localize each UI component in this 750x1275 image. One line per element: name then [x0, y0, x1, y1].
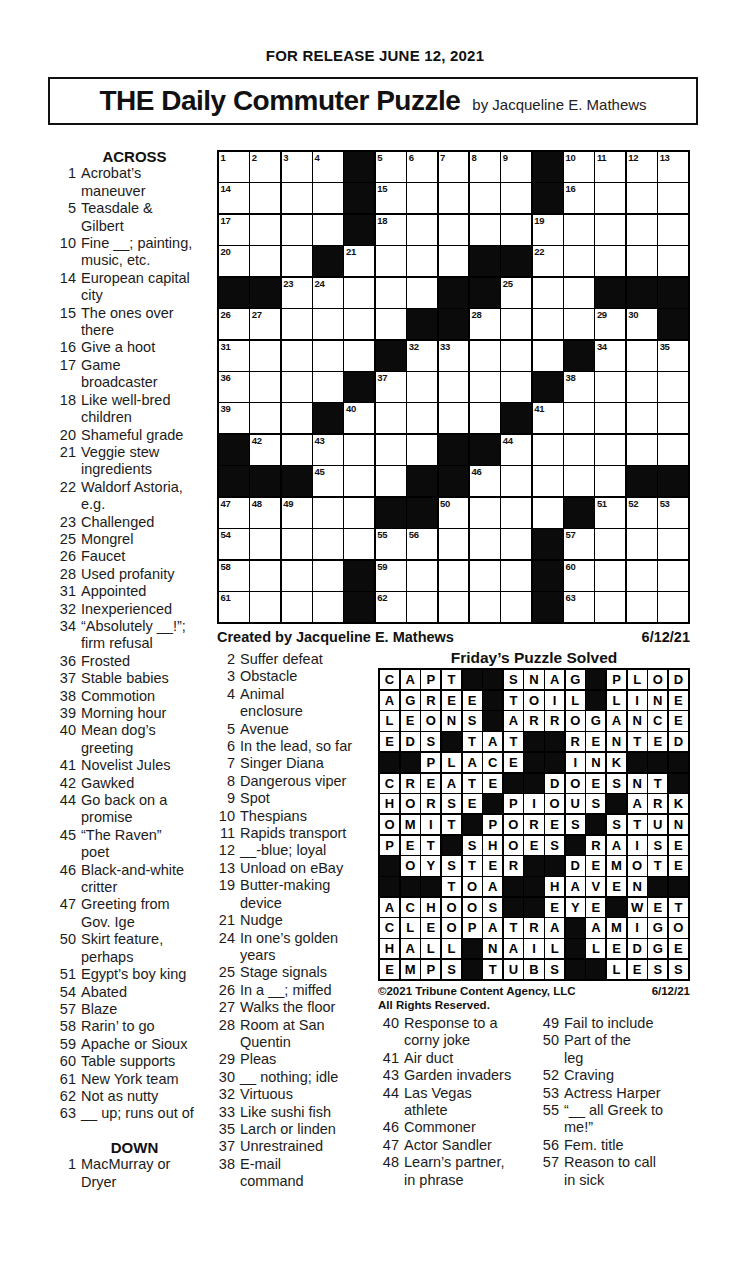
- puzzle-cell[interactable]: [501, 309, 531, 339]
- clue-number: 53: [660, 498, 670, 509]
- puzzle-cell[interactable]: [470, 215, 500, 245]
- solution-letter: R: [648, 794, 667, 813]
- clue-number: 19: [534, 215, 544, 226]
- puzzle-cell[interactable]: [313, 498, 343, 528]
- clue-item: 10Fine __; painting, music, etc.: [55, 235, 214, 270]
- solution-letter: A: [504, 711, 523, 730]
- puzzle-cell[interactable]: [250, 561, 280, 591]
- puzzle-cell[interactable]: 17: [219, 215, 249, 245]
- puzzle-cell[interactable]: [627, 246, 657, 276]
- puzzle-cell[interactable]: [282, 309, 312, 339]
- puzzle-cell[interactable]: [282, 341, 312, 371]
- puzzle-cell[interactable]: [564, 403, 594, 433]
- black-square: [524, 753, 543, 772]
- clue-text: Morning hour: [76, 705, 214, 722]
- puzzle-cell[interactable]: [595, 403, 625, 433]
- puzzle-cell[interactable]: [564, 466, 594, 496]
- puzzle-cell[interactable]: 38: [564, 372, 594, 402]
- puzzle-cell[interactable]: [439, 246, 469, 276]
- puzzle-cell[interactable]: [658, 215, 688, 245]
- puzzle-cell[interactable]: 28: [470, 309, 500, 339]
- puzzle-cell[interactable]: [627, 183, 657, 213]
- puzzle-cell[interactable]: [627, 529, 657, 559]
- clue-item: 31Appointed: [55, 583, 214, 600]
- solution-cell: G: [586, 711, 605, 730]
- puzzle-cell[interactable]: 29: [595, 309, 625, 339]
- puzzle-cell[interactable]: [595, 529, 625, 559]
- puzzle-cell[interactable]: 25: [501, 278, 531, 308]
- clue-item: 42Gawked: [55, 775, 214, 792]
- puzzle-cell[interactable]: [376, 246, 406, 276]
- puzzle-cell[interactable]: [344, 529, 374, 559]
- puzzle-cell[interactable]: 39: [219, 403, 249, 433]
- puzzle-cell[interactable]: 63: [564, 592, 594, 622]
- clue-text: Blaze: [76, 1001, 214, 1018]
- puzzle-cell[interactable]: 60: [564, 561, 594, 591]
- puzzle-cell[interactable]: [439, 561, 469, 591]
- clue-text: __-blue; loyal: [235, 842, 376, 859]
- puzzle-cell[interactable]: [595, 435, 625, 465]
- puzzle-cell[interactable]: 35: [658, 341, 688, 371]
- clue-number: 58: [55, 1018, 76, 1035]
- puzzle-cell[interactable]: [313, 561, 343, 591]
- solution-letter: E: [586, 732, 605, 751]
- puzzle-cell[interactable]: [407, 592, 437, 622]
- clue-item: 38E-mail command: [214, 1156, 376, 1191]
- clue-text: Walks the floor: [235, 999, 376, 1016]
- solution-cell: L: [545, 939, 564, 958]
- puzzle-cell[interactable]: 58: [219, 561, 249, 591]
- solution-letter: E: [648, 898, 667, 917]
- puzzle-cell[interactable]: [282, 592, 312, 622]
- clue-text: Mongrel: [76, 531, 214, 548]
- puzzle-cell[interactable]: [313, 341, 343, 371]
- puzzle-cell[interactable]: 33: [439, 341, 469, 371]
- puzzle-cell[interactable]: [658, 592, 688, 622]
- puzzle-cell[interactable]: 40: [344, 403, 374, 433]
- puzzle-cell[interactable]: [344, 498, 374, 528]
- puzzle-cell[interactable]: 3: [282, 152, 312, 182]
- solution-cell: N: [628, 774, 647, 793]
- puzzle-cell[interactable]: 14: [219, 183, 249, 213]
- puzzle-cell[interactable]: 54: [219, 529, 249, 559]
- puzzle-cell[interactable]: 56: [407, 529, 437, 559]
- solution-letter: A: [401, 670, 420, 689]
- puzzle-cell[interactable]: [533, 309, 563, 339]
- puzzle-cell[interactable]: [501, 341, 531, 371]
- solution-letter: D: [628, 939, 647, 958]
- solution-letter: Y: [566, 898, 585, 917]
- puzzle-cell[interactable]: 21: [344, 246, 374, 276]
- puzzle-cell[interactable]: 51: [595, 498, 625, 528]
- solution-letter: T: [504, 732, 523, 751]
- puzzle-cell[interactable]: 30: [627, 309, 657, 339]
- puzzle-cell[interactable]: [250, 246, 280, 276]
- clue-item: 32Virtuous: [214, 1086, 376, 1103]
- black-square: [533, 529, 563, 559]
- puzzle-cell[interactable]: [407, 435, 437, 465]
- puzzle-cell[interactable]: [376, 403, 406, 433]
- puzzle-cell[interactable]: [533, 466, 563, 496]
- puzzle-cell[interactable]: [250, 592, 280, 622]
- solution-letter: C: [401, 898, 420, 917]
- puzzle-cell[interactable]: 1: [219, 152, 249, 182]
- clue-text: Reason to call in sick: [559, 1154, 704, 1189]
- puzzle-cell[interactable]: [250, 403, 280, 433]
- puzzle-cell[interactable]: [376, 309, 406, 339]
- puzzle-cell[interactable]: [533, 341, 563, 371]
- puzzle-cell[interactable]: [658, 372, 688, 402]
- clue-number: 47: [378, 1137, 399, 1154]
- puzzle-cell[interactable]: 5: [376, 152, 406, 182]
- puzzle-cell[interactable]: [470, 183, 500, 213]
- puzzle-cell[interactable]: [344, 278, 374, 308]
- puzzle-cell[interactable]: [250, 341, 280, 371]
- puzzle-cell[interactable]: [376, 435, 406, 465]
- puzzle-cell[interactable]: 19: [533, 215, 563, 245]
- puzzle-cell[interactable]: [407, 403, 437, 433]
- puzzle-cell[interactable]: [533, 278, 563, 308]
- clue-number: 40: [378, 1015, 399, 1050]
- grid-footer: Created by Jacqueline E. Mathews 6/12/21: [217, 629, 690, 645]
- puzzle-cell[interactable]: 34: [595, 341, 625, 371]
- puzzle-cell[interactable]: [470, 498, 500, 528]
- puzzle-cell[interactable]: [282, 246, 312, 276]
- puzzle-cell[interactable]: [501, 466, 531, 496]
- puzzle-cell[interactable]: [595, 183, 625, 213]
- puzzle-cell[interactable]: [407, 215, 437, 245]
- puzzle-cell[interactable]: 45: [313, 466, 343, 496]
- puzzle-cell[interactable]: 57: [564, 529, 594, 559]
- clue-item: 13Unload on eBay: [214, 860, 376, 877]
- puzzle-cell[interactable]: [282, 215, 312, 245]
- clue-number: 40: [55, 722, 76, 757]
- clue-text: In a __; miffed: [235, 982, 376, 999]
- puzzle-cell[interactable]: [501, 183, 531, 213]
- puzzle-cell[interactable]: [250, 183, 280, 213]
- puzzle-cell[interactable]: [470, 372, 500, 402]
- solution-cell: R: [401, 774, 420, 793]
- puzzle-cell[interactable]: [313, 183, 343, 213]
- solution-letter: I: [566, 753, 585, 772]
- black-square: [407, 309, 437, 339]
- puzzle-cell[interactable]: [407, 246, 437, 276]
- puzzle-cell[interactable]: 6: [407, 152, 437, 182]
- puzzle-cell[interactable]: 20: [219, 246, 249, 276]
- puzzle-cell[interactable]: 49: [282, 498, 312, 528]
- puzzle-cell[interactable]: [595, 561, 625, 591]
- clue-text: Fine __; painting, music, etc.: [76, 235, 214, 270]
- black-square: [658, 278, 688, 308]
- puzzle-cell[interactable]: [595, 466, 625, 496]
- puzzle-cell[interactable]: 46: [470, 466, 500, 496]
- puzzle-cell[interactable]: [282, 183, 312, 213]
- clue-number: 36: [221, 372, 231, 383]
- solution-letter: S: [545, 960, 564, 979]
- black-square: [501, 246, 531, 276]
- puzzle-cell[interactable]: [501, 592, 531, 622]
- puzzle-cell[interactable]: 8: [470, 152, 500, 182]
- puzzle-cell[interactable]: 48: [250, 498, 280, 528]
- black-square: [566, 939, 585, 958]
- puzzle-cell[interactable]: [344, 341, 374, 371]
- puzzle-cell[interactable]: 27: [250, 309, 280, 339]
- clue-number: 12: [214, 842, 235, 859]
- solution-cell: R: [648, 794, 667, 813]
- black-square: [344, 592, 374, 622]
- puzzle-cell[interactable]: 50: [439, 498, 469, 528]
- puzzle-cell[interactable]: [501, 498, 531, 528]
- puzzle-cell[interactable]: [439, 403, 469, 433]
- puzzle-cell[interactable]: [313, 215, 343, 245]
- clue-number: 17: [221, 215, 231, 226]
- puzzle-cell[interactable]: [470, 592, 500, 622]
- clue-text: Inexperienced: [76, 601, 214, 618]
- puzzle-cell[interactable]: [313, 309, 343, 339]
- puzzle-cell[interactable]: [282, 529, 312, 559]
- solution-cell: E: [648, 732, 667, 751]
- puzzle-cell[interactable]: [564, 435, 594, 465]
- puzzle-cell[interactable]: [407, 278, 437, 308]
- puzzle-cell[interactable]: [407, 183, 437, 213]
- puzzle-cell[interactable]: [439, 372, 469, 402]
- solution-cell: E: [483, 774, 502, 793]
- puzzle-cell[interactable]: [376, 278, 406, 308]
- puzzle-cell[interactable]: 44: [501, 435, 531, 465]
- solution-cell: U: [566, 794, 585, 813]
- solution-cell: L: [628, 670, 647, 689]
- puzzle-cell[interactable]: [595, 372, 625, 402]
- solution-letter: W: [628, 898, 647, 917]
- solution-letter: T: [463, 732, 482, 751]
- solution-letter: T: [483, 960, 502, 979]
- puzzle-cell[interactable]: 15: [376, 183, 406, 213]
- puzzle-cell[interactable]: [658, 561, 688, 591]
- puzzle-cell[interactable]: [344, 309, 374, 339]
- black-square: [442, 732, 461, 751]
- puzzle-cell[interactable]: 11: [595, 152, 625, 182]
- solution-cell: C: [483, 753, 502, 772]
- puzzle-cell[interactable]: 16: [564, 183, 594, 213]
- clue-text: “__ all Greek to me!”: [559, 1102, 704, 1137]
- black-square: [421, 877, 440, 896]
- puzzle-cell[interactable]: 24: [313, 278, 343, 308]
- solution-letter: B: [524, 960, 543, 979]
- puzzle-cell[interactable]: [344, 466, 374, 496]
- puzzle-cell[interactable]: [250, 529, 280, 559]
- clue-item: 7Singer Diana: [214, 755, 376, 772]
- solution-cell: E: [669, 691, 688, 710]
- solution-letter: S: [463, 711, 482, 730]
- solution-cell: C: [401, 898, 420, 917]
- puzzle-cell[interactable]: [564, 278, 594, 308]
- puzzle-cell[interactable]: 7: [439, 152, 469, 182]
- puzzle-cell[interactable]: [282, 372, 312, 402]
- puzzle-cell[interactable]: [595, 592, 625, 622]
- solution-letter: S: [483, 898, 502, 917]
- puzzle-cell[interactable]: 62: [376, 592, 406, 622]
- puzzle-cell[interactable]: [439, 183, 469, 213]
- clue-number: 22: [534, 246, 544, 257]
- puzzle-cell[interactable]: [407, 561, 437, 591]
- puzzle-cell[interactable]: [282, 403, 312, 433]
- puzzle-cell[interactable]: [250, 372, 280, 402]
- clue-text: Fail to include: [559, 1015, 704, 1032]
- puzzle-cell[interactable]: [470, 529, 500, 559]
- puzzle-cell[interactable]: [250, 215, 280, 245]
- black-square: [627, 278, 657, 308]
- across-header: ACROSS: [55, 148, 214, 165]
- puzzle-cell[interactable]: [627, 341, 657, 371]
- puzzle-cell[interactable]: [595, 215, 625, 245]
- clue-number: 35: [660, 341, 670, 352]
- black-square: [501, 403, 531, 433]
- puzzle-cell[interactable]: [439, 215, 469, 245]
- solution-letter: T: [442, 815, 461, 834]
- solved-date: 6/12/21: [652, 985, 690, 1012]
- clue-item: 12__-blue; loyal: [214, 842, 376, 859]
- puzzle-cell[interactable]: 47: [219, 498, 249, 528]
- puzzle-cell[interactable]: [344, 435, 374, 465]
- puzzle-cell[interactable]: [470, 561, 500, 591]
- solution-cell: N: [648, 691, 667, 710]
- clue-item: 15The ones over there: [55, 305, 214, 340]
- puzzle-cell[interactable]: [564, 246, 594, 276]
- puzzle-cell[interactable]: 61: [219, 592, 249, 622]
- solution-cell: A: [401, 939, 420, 958]
- puzzle-cell[interactable]: [501, 215, 531, 245]
- clue-number: 37: [377, 372, 387, 383]
- solution-cell: S: [607, 815, 626, 834]
- clue-text: Waldorf Astoria, e.g.: [76, 479, 214, 514]
- puzzle-cell[interactable]: 37: [376, 372, 406, 402]
- puzzle-cell[interactable]: [533, 498, 563, 528]
- puzzle-cell[interactable]: 31: [219, 341, 249, 371]
- puzzle-cell[interactable]: [658, 435, 688, 465]
- black-square: [586, 960, 605, 979]
- puzzle-cell[interactable]: 41: [533, 403, 563, 433]
- puzzle-cell[interactable]: [627, 561, 657, 591]
- puzzle-cell[interactable]: 2: [250, 152, 280, 182]
- puzzle-cell[interactable]: [627, 592, 657, 622]
- puzzle-cell[interactable]: [627, 403, 657, 433]
- puzzle-cell[interactable]: [282, 435, 312, 465]
- puzzle-cell[interactable]: [658, 529, 688, 559]
- clue-number: 27: [252, 309, 262, 320]
- solution-letter: S: [442, 856, 461, 875]
- puzzle-cell[interactable]: 26: [219, 309, 249, 339]
- puzzle-cell[interactable]: [501, 529, 531, 559]
- solution-cell: O: [380, 815, 399, 834]
- solution-cell: S: [442, 856, 461, 875]
- solution-cell: P: [421, 670, 440, 689]
- puzzle-cell[interactable]: 55: [376, 529, 406, 559]
- solution-letter: S: [545, 836, 564, 855]
- solution-letter: G: [401, 691, 420, 710]
- solution-letter: R: [421, 794, 440, 813]
- clue-item: 22Waldorf Astoria, e.g.: [55, 479, 214, 514]
- puzzle-cell[interactable]: [658, 183, 688, 213]
- solution-cell: E: [669, 836, 688, 855]
- puzzle-cell[interactable]: [376, 466, 406, 496]
- clue-text: Apache or Sioux: [76, 1036, 214, 1053]
- clue-item: 30__ nothing; idle: [214, 1069, 376, 1086]
- solution-cell: E: [669, 711, 688, 730]
- puzzle-cell[interactable]: 32: [407, 341, 437, 371]
- solution-cell: R: [524, 815, 543, 834]
- clue-item: 49Fail to include: [538, 1015, 704, 1032]
- solution-cell: O: [545, 794, 564, 813]
- solution-letter: D: [566, 856, 585, 875]
- puzzle-cell[interactable]: [627, 372, 657, 402]
- puzzle-cell[interactable]: [627, 435, 657, 465]
- solution-cell: A: [483, 918, 502, 937]
- puzzle-cell[interactable]: 12: [627, 152, 657, 182]
- puzzle-cell[interactable]: 59: [376, 561, 406, 591]
- puzzle-cell[interactable]: [313, 372, 343, 402]
- puzzle-cell[interactable]: [470, 403, 500, 433]
- puzzle-cell[interactable]: [658, 403, 688, 433]
- clue-item: 14European capital city: [55, 270, 214, 305]
- puzzle-cell[interactable]: [595, 246, 625, 276]
- puzzle-cell[interactable]: [627, 215, 657, 245]
- puzzle-cell[interactable]: 4: [313, 152, 343, 182]
- solution-cell: E: [483, 856, 502, 875]
- puzzle-cell[interactable]: [470, 341, 500, 371]
- puzzle-cell[interactable]: [439, 592, 469, 622]
- puzzle-cell[interactable]: 22: [533, 246, 563, 276]
- clue-number: 44: [503, 435, 513, 446]
- clue-number: 28: [214, 1017, 235, 1052]
- puzzle-cell[interactable]: [282, 561, 312, 591]
- puzzle-cell[interactable]: 18: [376, 215, 406, 245]
- solution-cell: H: [380, 794, 399, 813]
- solution-cell: H: [421, 898, 440, 917]
- puzzle-cell[interactable]: [658, 246, 688, 276]
- puzzle-cell[interactable]: [407, 372, 437, 402]
- puzzle-cell[interactable]: [313, 592, 343, 622]
- puzzle-cell[interactable]: 52: [627, 498, 657, 528]
- puzzle-cell[interactable]: [564, 309, 594, 339]
- puzzle-cell[interactable]: 10: [564, 152, 594, 182]
- puzzle-cell[interactable]: 36: [219, 372, 249, 402]
- puzzle-cell[interactable]: 9: [501, 152, 531, 182]
- solution-letter: E: [483, 774, 502, 793]
- puzzle-cell[interactable]: [501, 561, 531, 591]
- puzzle-cell[interactable]: [313, 529, 343, 559]
- clue-item: 23Challenged: [55, 514, 214, 531]
- clue-text: Like sushi fish: [235, 1104, 376, 1121]
- down-clue-list-bottom-right: 49Fail to include50Part of the leg52Crav…: [538, 1015, 704, 1189]
- clue-number: 13: [660, 152, 670, 163]
- puzzle-cell[interactable]: 43: [313, 435, 343, 465]
- puzzle-cell[interactable]: 23: [282, 278, 312, 308]
- solution-cell: O: [504, 815, 523, 834]
- puzzle-cell[interactable]: [501, 372, 531, 402]
- puzzle-cell[interactable]: [439, 529, 469, 559]
- solution-cell: S: [442, 960, 461, 979]
- clue-number: 59: [55, 1036, 76, 1053]
- puzzle-cell[interactable]: 53: [658, 498, 688, 528]
- puzzle-cell[interactable]: [564, 215, 594, 245]
- clue-text: Room at San Quentin: [235, 1017, 376, 1052]
- puzzle-cell[interactable]: [533, 435, 563, 465]
- clue-number: 43: [378, 1067, 399, 1084]
- puzzle-cell[interactable]: 13: [658, 152, 688, 182]
- clue-item: 46Black-and-white critter: [55, 862, 214, 897]
- black-square: [566, 960, 585, 979]
- puzzle-cell[interactable]: 42: [250, 435, 280, 465]
